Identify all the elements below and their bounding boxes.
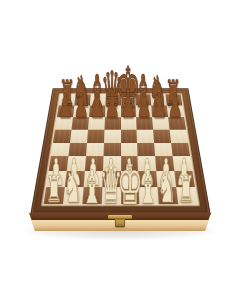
square-c8 [89, 94, 105, 105]
square-d2 [101, 171, 120, 187]
square-h5 [169, 129, 187, 142]
square-h8 [165, 94, 182, 105]
square-e5 [120, 129, 137, 142]
square-b2 [64, 171, 84, 187]
square-b8 [74, 94, 90, 105]
square-h7 [166, 105, 183, 117]
square-e2 [120, 171, 139, 187]
square-g6 [152, 117, 169, 129]
square-e7 [120, 105, 136, 117]
square-g2 [156, 171, 176, 187]
square-d6 [104, 117, 120, 129]
square-a8 [58, 94, 75, 105]
square-c6 [87, 117, 104, 129]
square-g1 [157, 187, 178, 204]
square-c7 [88, 105, 104, 117]
square-h2 [174, 171, 194, 187]
square-g7 [151, 105, 168, 117]
square-a3 [48, 156, 68, 171]
square-b3 [66, 156, 85, 171]
square-a4 [50, 143, 69, 157]
square-d7 [104, 105, 120, 117]
square-e3 [120, 156, 138, 171]
square-a7 [56, 105, 73, 117]
square-a1 [43, 187, 64, 204]
square-f1 [139, 187, 159, 204]
square-d4 [103, 143, 120, 157]
square-g3 [155, 156, 174, 171]
square-c2 [83, 171, 102, 187]
chess-board [30, 88, 211, 215]
square-a6 [55, 117, 73, 129]
square-h6 [168, 117, 186, 129]
board-playing-field [43, 94, 197, 204]
square-e4 [120, 143, 137, 157]
square-f4 [137, 143, 155, 157]
square-d5 [103, 129, 120, 142]
square-b6 [71, 117, 88, 129]
square-d8 [105, 94, 120, 105]
square-c1 [81, 187, 101, 204]
square-c5 [86, 129, 103, 142]
square-g8 [150, 94, 166, 105]
square-f5 [136, 129, 153, 142]
square-e8 [120, 94, 135, 105]
square-h1 [176, 187, 197, 204]
square-f6 [136, 117, 153, 129]
square-b4 [68, 143, 86, 157]
square-g4 [154, 143, 172, 157]
square-b5 [69, 129, 87, 142]
square-f8 [135, 94, 151, 105]
square-b7 [72, 105, 89, 117]
square-f3 [137, 156, 156, 171]
square-f7 [135, 105, 151, 117]
square-d1 [101, 187, 120, 204]
square-b1 [62, 187, 83, 204]
square-d3 [102, 156, 120, 171]
square-e1 [120, 187, 139, 204]
square-a2 [46, 171, 66, 187]
brass-clasp [108, 214, 132, 228]
square-e6 [120, 117, 136, 129]
square-g5 [153, 129, 171, 142]
square-h4 [171, 143, 190, 157]
clasp-tab-icon [115, 219, 125, 227]
square-a5 [53, 129, 71, 142]
square-c3 [84, 156, 103, 171]
square-h3 [172, 156, 192, 171]
square-c4 [85, 143, 103, 157]
product-photo: ♜♞♝♛♚♝♞♜♟♟♟♟♟♟♟♟♟♟♟♟♟♟♟♟♜♞♝♛♚♝♞♜ [0, 0, 236, 305]
square-f2 [138, 171, 157, 187]
